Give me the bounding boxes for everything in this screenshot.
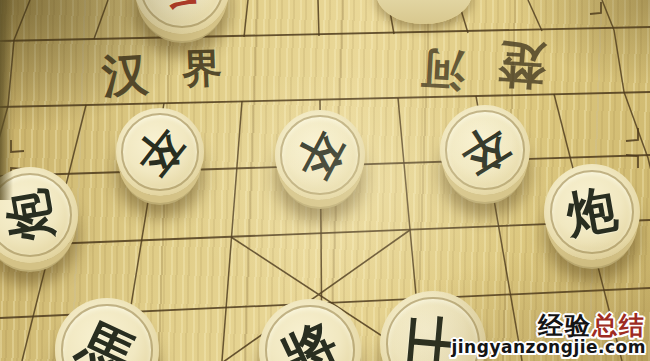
river-text-he-rotated: 河 [420,47,466,93]
xiangqi-piece-black-cannon-right[interactable]: 炮 [544,164,640,260]
xiangqi-piece-red-soldier-cropped[interactable]: 兵 [134,0,230,34]
xiangqi-photo-scene: 汉 界 河 楚 兵 卒 卒 卒 炮 炮 馬 將 士 [0,0,650,361]
xiangqi-piece-black-soldier-2[interactable]: 卒 [275,110,365,200]
watermark-url: jingyanzongjie.com [451,339,646,357]
river-text-han: 汉 [100,50,149,99]
xiangqi-piece-black-soldier-1[interactable]: 卒 [116,108,204,196]
watermark-title-black: 经验 [538,311,592,340]
river-text-jie: 界 [181,47,222,88]
xiangqi-piece-black-soldier-3[interactable]: 卒 [440,105,530,195]
watermark: 经验总结 jingyanzongjie.com [451,313,646,357]
watermark-title: 经验总结 [451,313,646,339]
xiangqi-piece-black-cannon-left[interactable]: 炮 [0,167,78,263]
piece-character: 炮 [536,156,647,267]
xiangqi-board[interactable]: 汉 界 河 楚 兵 卒 卒 卒 炮 炮 馬 將 士 [0,0,650,361]
river-text-chu-rotated: 楚 [496,40,547,91]
watermark-title-red: 总结 [592,311,646,340]
